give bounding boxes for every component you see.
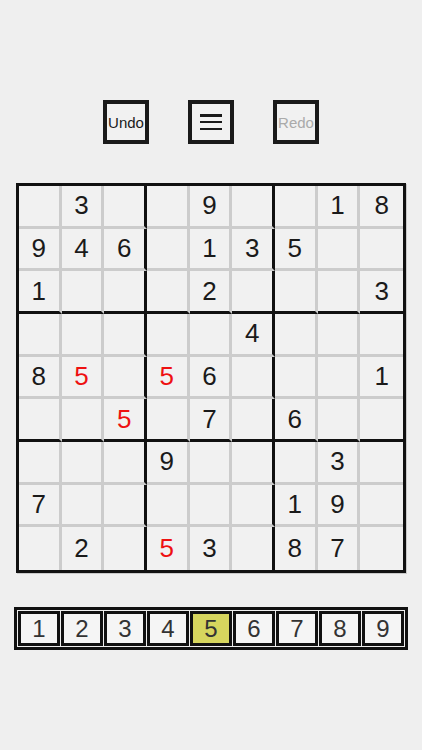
sudoku-cell[interactable] bbox=[360, 485, 403, 528]
sudoku-cell[interactable]: 9 bbox=[190, 186, 233, 229]
sudoku-cell[interactable] bbox=[104, 271, 147, 314]
sudoku-cell[interactable] bbox=[360, 399, 403, 442]
sudoku-cell[interactable]: 6 bbox=[104, 229, 147, 272]
sudoku-cell[interactable] bbox=[232, 399, 275, 442]
sudoku-cell[interactable] bbox=[62, 399, 105, 442]
sudoku-cell[interactable] bbox=[19, 399, 62, 442]
sudoku-cell[interactable] bbox=[318, 399, 361, 442]
sudoku-cell[interactable] bbox=[360, 314, 403, 357]
number-button[interactable]: 9 bbox=[362, 611, 404, 646]
sudoku-cell[interactable] bbox=[147, 485, 190, 528]
number-button[interactable]: 3 bbox=[104, 611, 146, 646]
sudoku-cell[interactable] bbox=[318, 357, 361, 400]
sudoku-board: 39189461351234855615769371925387 bbox=[16, 183, 406, 573]
sudoku-cell[interactable]: 3 bbox=[62, 186, 105, 229]
sudoku-cell[interactable]: 3 bbox=[360, 271, 403, 314]
sudoku-cell[interactable]: 5 bbox=[104, 399, 147, 442]
sudoku-cell[interactable]: 7 bbox=[19, 485, 62, 528]
sudoku-cell[interactable]: 7 bbox=[190, 399, 233, 442]
sudoku-cell[interactable] bbox=[62, 485, 105, 528]
sudoku-cell[interactable]: 8 bbox=[360, 186, 403, 229]
sudoku-cell[interactable] bbox=[318, 271, 361, 314]
number-button[interactable]: 1 bbox=[18, 611, 60, 646]
sudoku-cell[interactable] bbox=[62, 271, 105, 314]
sudoku-cell[interactable]: 8 bbox=[19, 357, 62, 400]
number-button[interactable]: 6 bbox=[233, 611, 275, 646]
number-button[interactable]: 5 bbox=[190, 611, 232, 646]
sudoku-cell[interactable] bbox=[190, 314, 233, 357]
sudoku-cell[interactable] bbox=[275, 314, 318, 357]
sudoku-cell[interactable] bbox=[147, 186, 190, 229]
sudoku-cell[interactable]: 5 bbox=[275, 229, 318, 272]
sudoku-cell[interactable] bbox=[19, 314, 62, 357]
sudoku-cell[interactable] bbox=[104, 527, 147, 570]
sudoku-cell[interactable] bbox=[360, 229, 403, 272]
sudoku-cell[interactable]: 6 bbox=[275, 399, 318, 442]
sudoku-cell[interactable] bbox=[19, 527, 62, 570]
sudoku-cell[interactable]: 9 bbox=[147, 442, 190, 485]
sudoku-cell[interactable] bbox=[62, 314, 105, 357]
sudoku-cell[interactable] bbox=[232, 271, 275, 314]
sudoku-cell[interactable]: 1 bbox=[318, 186, 361, 229]
sudoku-cell[interactable]: 1 bbox=[19, 271, 62, 314]
sudoku-cell[interactable] bbox=[190, 485, 233, 528]
sudoku-cell[interactable] bbox=[275, 442, 318, 485]
sudoku-cell[interactable] bbox=[147, 399, 190, 442]
sudoku-cell[interactable] bbox=[275, 271, 318, 314]
sudoku-cell[interactable]: 9 bbox=[19, 229, 62, 272]
number-button[interactable]: 7 bbox=[276, 611, 318, 646]
sudoku-cell[interactable] bbox=[360, 442, 403, 485]
sudoku-cell[interactable] bbox=[232, 357, 275, 400]
board-area: 39189461351234855615769371925387 bbox=[0, 183, 422, 573]
number-bar: 123456789 bbox=[14, 607, 408, 650]
sudoku-cell[interactable]: 5 bbox=[147, 357, 190, 400]
sudoku-cell[interactable]: 1 bbox=[190, 229, 233, 272]
sudoku-cell[interactable] bbox=[147, 229, 190, 272]
sudoku-cell[interactable] bbox=[232, 442, 275, 485]
number-bar-area: 123456789 bbox=[0, 607, 422, 650]
sudoku-cell[interactable]: 3 bbox=[318, 442, 361, 485]
sudoku-cell[interactable]: 3 bbox=[190, 527, 233, 570]
sudoku-cell[interactable] bbox=[318, 314, 361, 357]
sudoku-cell[interactable] bbox=[360, 527, 403, 570]
sudoku-cell[interactable] bbox=[147, 314, 190, 357]
undo-button[interactable]: Undo bbox=[103, 100, 149, 144]
sudoku-cell[interactable]: 2 bbox=[190, 271, 233, 314]
sudoku-cell[interactable] bbox=[232, 186, 275, 229]
number-button[interactable]: 4 bbox=[147, 611, 189, 646]
sudoku-cell[interactable]: 6 bbox=[190, 357, 233, 400]
sudoku-cell[interactable] bbox=[275, 357, 318, 400]
sudoku-cell[interactable]: 4 bbox=[62, 229, 105, 272]
number-button[interactable]: 2 bbox=[61, 611, 103, 646]
sudoku-cell[interactable] bbox=[190, 442, 233, 485]
sudoku-cell[interactable] bbox=[104, 442, 147, 485]
sudoku-cell[interactable] bbox=[147, 271, 190, 314]
sudoku-cell[interactable] bbox=[19, 442, 62, 485]
sudoku-cell[interactable] bbox=[19, 186, 62, 229]
sudoku-cell[interactable] bbox=[232, 485, 275, 528]
sudoku-cell[interactable]: 5 bbox=[147, 527, 190, 570]
sudoku-cell[interactable] bbox=[104, 314, 147, 357]
sudoku-cell[interactable] bbox=[104, 485, 147, 528]
sudoku-cell[interactable] bbox=[62, 442, 105, 485]
hamburger-icon bbox=[200, 114, 222, 130]
sudoku-cell[interactable]: 3 bbox=[232, 229, 275, 272]
number-button[interactable]: 8 bbox=[319, 611, 361, 646]
sudoku-cell[interactable]: 2 bbox=[62, 527, 105, 570]
menu-button[interactable] bbox=[188, 100, 234, 144]
sudoku-cell[interactable]: 1 bbox=[275, 485, 318, 528]
sudoku-cell[interactable] bbox=[318, 229, 361, 272]
sudoku-cell[interactable]: 4 bbox=[232, 314, 275, 357]
sudoku-cell[interactable]: 5 bbox=[62, 357, 105, 400]
redo-button[interactable]: Redo bbox=[273, 100, 319, 144]
sudoku-cell[interactable] bbox=[104, 357, 147, 400]
sudoku-cell[interactable] bbox=[232, 527, 275, 570]
sudoku-cell[interactable]: 9 bbox=[318, 485, 361, 528]
sudoku-cell[interactable] bbox=[104, 186, 147, 229]
sudoku-cell[interactable]: 7 bbox=[318, 527, 361, 570]
sudoku-cell[interactable] bbox=[275, 186, 318, 229]
toolbar: Undo Redo bbox=[0, 100, 422, 144]
sudoku-cell[interactable]: 8 bbox=[275, 527, 318, 570]
sudoku-cell[interactable]: 1 bbox=[360, 357, 403, 400]
